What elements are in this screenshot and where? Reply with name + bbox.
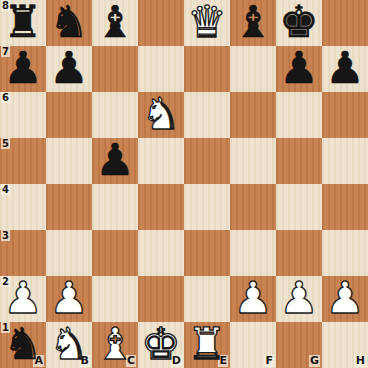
rank-label-3: 3 [1, 230, 10, 241]
square-f7[interactable] [230, 46, 276, 92]
square-e7[interactable] [184, 46, 230, 92]
square-c6[interactable] [92, 92, 138, 138]
square-e3[interactable] [184, 230, 230, 276]
square-f1[interactable]: F [230, 322, 276, 368]
square-b6[interactable] [46, 92, 92, 138]
piece-black-pawn[interactable]: ♟ [95, 138, 134, 183]
square-g4[interactable] [276, 184, 322, 230]
square-b5[interactable] [46, 138, 92, 184]
piece-black-pawn[interactable]: ♟ [279, 46, 318, 91]
piece-white-knight[interactable]: ♞ [141, 92, 180, 137]
square-f5[interactable] [230, 138, 276, 184]
square-e8[interactable]: ♛ [184, 0, 230, 46]
piece-black-pawn[interactable]: ♟ [49, 46, 88, 91]
piece-black-bishop[interactable]: ♝ [233, 0, 272, 45]
piece-white-pawn[interactable]: ♟ [279, 276, 318, 321]
file-label-h: H [355, 355, 366, 367]
square-d8[interactable] [138, 0, 184, 46]
piece-black-king[interactable]: ♚ [279, 0, 318, 45]
square-a2[interactable]: 2♟ [0, 276, 46, 322]
file-label-f: F [264, 355, 274, 367]
rank-label-6: 6 [1, 92, 10, 103]
piece-white-pawn[interactable]: ♟ [325, 276, 364, 321]
square-d1[interactable]: D♚ [138, 322, 184, 368]
square-a3[interactable]: 3 [0, 230, 46, 276]
square-d4[interactable] [138, 184, 184, 230]
square-a6[interactable]: 6 [0, 92, 46, 138]
piece-black-knight[interactable]: ♞ [3, 322, 42, 367]
piece-white-king[interactable]: ♚ [141, 322, 180, 367]
piece-white-pawn[interactable]: ♟ [233, 276, 272, 321]
square-h2[interactable]: ♟ [322, 276, 368, 322]
square-b7[interactable]: ♟ [46, 46, 92, 92]
square-a5[interactable]: 5 [0, 138, 46, 184]
square-f3[interactable] [230, 230, 276, 276]
square-d6[interactable]: ♞ [138, 92, 184, 138]
piece-white-queen[interactable]: ♛ [187, 0, 226, 45]
square-e5[interactable] [184, 138, 230, 184]
square-e4[interactable] [184, 184, 230, 230]
piece-white-pawn[interactable]: ♟ [49, 276, 88, 321]
piece-black-pawn[interactable]: ♟ [3, 46, 42, 91]
square-c3[interactable] [92, 230, 138, 276]
piece-white-bishop[interactable]: ♝ [95, 322, 134, 367]
square-b8[interactable]: ♞ [46, 0, 92, 46]
square-f6[interactable] [230, 92, 276, 138]
square-f8[interactable]: ♝ [230, 0, 276, 46]
square-d3[interactable] [138, 230, 184, 276]
square-g7[interactable]: ♟ [276, 46, 322, 92]
piece-white-rook[interactable]: ♜ [187, 322, 226, 367]
square-e1[interactable]: E♜ [184, 322, 230, 368]
piece-white-pawn[interactable]: ♟ [3, 276, 42, 321]
square-c1[interactable]: C♝ [92, 322, 138, 368]
square-h1[interactable]: H [322, 322, 368, 368]
rank-label-4: 4 [1, 184, 10, 195]
square-a8[interactable]: 8♜ [0, 0, 46, 46]
square-f2[interactable]: ♟ [230, 276, 276, 322]
square-e2[interactable] [184, 276, 230, 322]
square-g2[interactable]: ♟ [276, 276, 322, 322]
square-b1[interactable]: B♞ [46, 322, 92, 368]
piece-black-bishop[interactable]: ♝ [95, 0, 134, 45]
square-g8[interactable]: ♚ [276, 0, 322, 46]
piece-white-knight[interactable]: ♞ [49, 322, 88, 367]
square-c7[interactable] [92, 46, 138, 92]
square-e6[interactable] [184, 92, 230, 138]
piece-black-pawn[interactable]: ♟ [325, 46, 364, 91]
square-a1[interactable]: 1A♞ [0, 322, 46, 368]
square-a7[interactable]: 7♟ [0, 46, 46, 92]
square-g6[interactable] [276, 92, 322, 138]
chess-board: 8♜♞♝♛♝♚7♟♟♟♟6♞5♟432♟♟♟♟♟1A♞B♞C♝D♚E♜FGH [0, 0, 368, 368]
square-h8[interactable] [322, 0, 368, 46]
piece-black-knight[interactable]: ♞ [49, 0, 88, 45]
square-h5[interactable] [322, 138, 368, 184]
square-d7[interactable] [138, 46, 184, 92]
square-c2[interactable] [92, 276, 138, 322]
square-a4[interactable]: 4 [0, 184, 46, 230]
file-label-g: G [309, 355, 320, 367]
square-b2[interactable]: ♟ [46, 276, 92, 322]
square-b4[interactable] [46, 184, 92, 230]
square-d2[interactable] [138, 276, 184, 322]
square-g3[interactable] [276, 230, 322, 276]
square-h3[interactable] [322, 230, 368, 276]
square-c4[interactable] [92, 184, 138, 230]
square-h4[interactable] [322, 184, 368, 230]
square-d5[interactable] [138, 138, 184, 184]
square-g5[interactable] [276, 138, 322, 184]
square-g1[interactable]: G [276, 322, 322, 368]
square-b3[interactable] [46, 230, 92, 276]
square-h7[interactable]: ♟ [322, 46, 368, 92]
square-c5[interactable]: ♟ [92, 138, 138, 184]
square-h6[interactable] [322, 92, 368, 138]
square-c8[interactable]: ♝ [92, 0, 138, 46]
square-f4[interactable] [230, 184, 276, 230]
rank-label-5: 5 [1, 138, 10, 149]
piece-black-rook[interactable]: ♜ [3, 0, 42, 45]
